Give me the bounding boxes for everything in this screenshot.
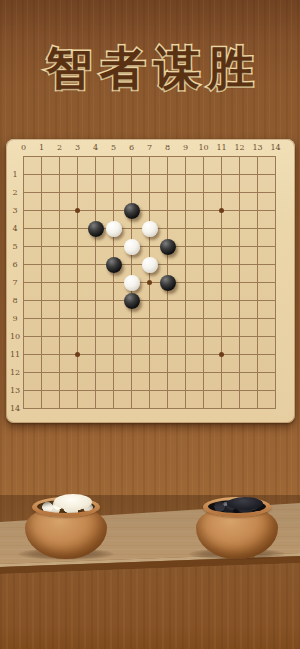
row-label: 9 <box>9 314 21 324</box>
row-label: 4 <box>9 224 21 234</box>
black-stones-mound <box>227 497 263 510</box>
column-label: 10 <box>195 143 213 153</box>
column-label: 4 <box>87 143 105 153</box>
row-label: 12 <box>9 368 21 378</box>
star-point <box>75 208 80 213</box>
star-point <box>75 352 80 357</box>
column-label: 13 <box>249 143 267 153</box>
go-board: 01234567891011121314 1234567891011121314 <box>6 139 295 423</box>
row-label: 13 <box>9 386 21 396</box>
white-stone <box>142 221 158 237</box>
column-label: 2 <box>51 143 69 153</box>
row-label: 8 <box>9 296 21 306</box>
white-stone <box>124 239 140 255</box>
white-stone-bowl <box>25 497 107 561</box>
board-grid[interactable] <box>23 156 276 409</box>
black-stone-bowl <box>196 497 278 561</box>
row-label: 1 <box>9 170 21 180</box>
app-title: 智者谋胜 <box>0 38 300 100</box>
black-stone <box>160 275 176 291</box>
row-label: 2 <box>9 188 21 198</box>
column-label: 14 <box>267 143 285 153</box>
row-label: 14 <box>9 404 21 414</box>
app-screen: 智者谋胜 01234567891011121314 12345678910111… <box>0 0 300 649</box>
row-label: 3 <box>9 206 21 216</box>
column-label: 6 <box>123 143 141 153</box>
white-stone <box>124 275 140 291</box>
column-label: 7 <box>141 143 159 153</box>
column-label: 12 <box>231 143 249 153</box>
column-label: 11 <box>213 143 231 153</box>
column-label: 5 <box>105 143 123 153</box>
column-label: 3 <box>69 143 87 153</box>
column-label: 9 <box>177 143 195 153</box>
black-stone <box>160 239 176 255</box>
row-label: 5 <box>9 242 21 252</box>
black-stone <box>88 221 104 237</box>
star-point <box>219 208 224 213</box>
row-label: 10 <box>9 332 21 342</box>
black-stone <box>106 257 122 273</box>
star-point <box>219 352 224 357</box>
white-stones-mound <box>54 494 92 510</box>
row-label: 6 <box>9 260 21 270</box>
column-label: 8 <box>159 143 177 153</box>
row-label: 11 <box>9 350 21 360</box>
black-stone <box>124 203 140 219</box>
bowl-rim <box>203 497 271 517</box>
row-label: 7 <box>9 278 21 288</box>
white-stone <box>106 221 122 237</box>
column-label: 1 <box>33 143 51 153</box>
star-point <box>147 280 152 285</box>
black-stone <box>124 293 140 309</box>
white-stone <box>142 257 158 273</box>
column-label: 0 <box>15 143 33 153</box>
bowl-rim <box>32 497 100 517</box>
